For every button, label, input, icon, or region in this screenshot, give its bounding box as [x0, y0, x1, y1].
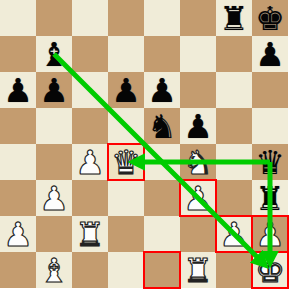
- square-d7[interactable]: [108, 36, 144, 72]
- black-rook-g8[interactable]: ♜: [216, 0, 252, 36]
- black-pawn-f5[interactable]: ♟: [180, 108, 216, 144]
- black-pawn-d6[interactable]: ♟: [108, 72, 144, 108]
- square-h5[interactable]: [252, 108, 288, 144]
- white-bishop-b1[interactable]: ♝: [36, 252, 72, 288]
- square-a7[interactable]: [0, 36, 36, 72]
- square-e2[interactable]: [144, 216, 180, 252]
- square-f7[interactable]: [180, 36, 216, 72]
- chess-board: ♜♚♝♟♟♟♟♟♞♟♟♛♞♛♟♟♜♟♜♟♟♝♜♚: [0, 0, 288, 288]
- square-a4[interactable]: [0, 144, 36, 180]
- white-pawn-a2[interactable]: ♟: [0, 216, 36, 252]
- white-pawn-g2[interactable]: ♟: [216, 216, 252, 252]
- black-rook-h3[interactable]: ♜: [252, 180, 288, 216]
- square-a3[interactable]: [0, 180, 36, 216]
- black-pawn-a6[interactable]: ♟: [0, 72, 36, 108]
- square-b5[interactable]: [36, 108, 72, 144]
- square-g7[interactable]: [216, 36, 252, 72]
- square-f2[interactable]: [180, 216, 216, 252]
- square-f8[interactable]: [180, 0, 216, 36]
- black-pawn-h7[interactable]: ♟: [252, 36, 288, 72]
- square-g5[interactable]: [216, 108, 252, 144]
- white-pawn-f3[interactable]: ♟: [180, 180, 216, 216]
- white-pawn-c4[interactable]: ♟: [72, 144, 108, 180]
- black-king-h8[interactable]: ♚: [252, 0, 288, 36]
- square-e4[interactable]: [144, 144, 180, 180]
- black-bishop-b7[interactable]: ♝: [36, 36, 72, 72]
- black-pawn-b6[interactable]: ♟: [36, 72, 72, 108]
- black-pawn-e6[interactable]: ♟: [144, 72, 180, 108]
- square-f6[interactable]: [180, 72, 216, 108]
- square-g4[interactable]: [216, 144, 252, 180]
- square-c8[interactable]: [72, 0, 108, 36]
- square-c7[interactable]: [72, 36, 108, 72]
- white-pawn-h2[interactable]: ♟: [252, 216, 288, 252]
- square-d1[interactable]: [108, 252, 144, 288]
- square-b8[interactable]: [36, 0, 72, 36]
- square-d8[interactable]: [108, 0, 144, 36]
- square-g3[interactable]: [216, 180, 252, 216]
- square-g1[interactable]: [216, 252, 252, 288]
- square-e1[interactable]: [144, 252, 180, 288]
- square-g6[interactable]: [216, 72, 252, 108]
- square-d5[interactable]: [108, 108, 144, 144]
- white-queen-d4[interactable]: ♛: [108, 144, 144, 180]
- square-c3[interactable]: [72, 180, 108, 216]
- square-c5[interactable]: [72, 108, 108, 144]
- white-rook-f1[interactable]: ♜: [180, 252, 216, 288]
- square-c6[interactable]: [72, 72, 108, 108]
- white-pawn-b3[interactable]: ♟: [36, 180, 72, 216]
- square-b2[interactable]: [36, 216, 72, 252]
- square-c1[interactable]: [72, 252, 108, 288]
- square-e8[interactable]: [144, 0, 180, 36]
- white-rook-c2[interactable]: ♜: [72, 216, 108, 252]
- square-d2[interactable]: [108, 216, 144, 252]
- square-a5[interactable]: [0, 108, 36, 144]
- square-a1[interactable]: [0, 252, 36, 288]
- square-a8[interactable]: [0, 0, 36, 36]
- black-knight-e5[interactable]: ♞: [144, 108, 180, 144]
- square-e7[interactable]: [144, 36, 180, 72]
- white-king-h1[interactable]: ♚: [252, 252, 288, 288]
- square-b4[interactable]: [36, 144, 72, 180]
- white-knight-f4[interactable]: ♞: [180, 144, 216, 180]
- square-e3[interactable]: [144, 180, 180, 216]
- square-d3[interactable]: [108, 180, 144, 216]
- black-queen-h4[interactable]: ♛: [252, 144, 288, 180]
- square-h6[interactable]: [252, 72, 288, 108]
